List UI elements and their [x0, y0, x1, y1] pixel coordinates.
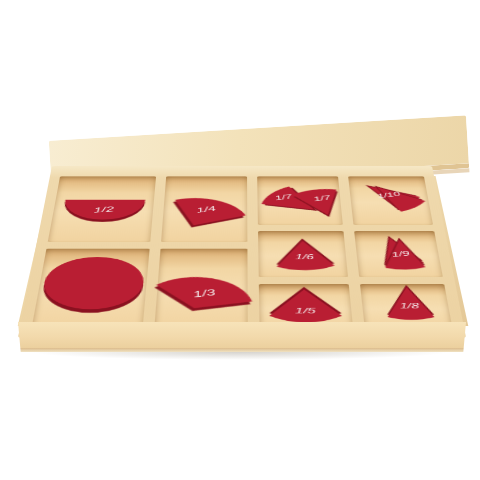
fraction-label-sixth: 1/6 — [295, 253, 315, 261]
tray-front-face — [18, 322, 466, 352]
fraction-piece-whole — [34, 256, 150, 313]
fraction-piece-tenth: 1/10 — [348, 175, 434, 214]
fraction-label-eighth: 1/8 — [399, 301, 421, 310]
fraction-label-half: 1/2 — [93, 205, 114, 214]
photo-scene: 1/2 1/4 1/3 1/7 — [0, 0, 480, 480]
fraction-piece-third: 1/3 — [147, 260, 256, 316]
fraction-piece-sixth: 1/6 — [259, 228, 351, 274]
tray-top-surface: 1/2 1/4 1/3 1/7 — [18, 166, 466, 338]
fraction-piece-fifth: 1/5 — [255, 275, 356, 328]
fraction-piece-half: 1/2 — [52, 189, 153, 228]
fraction-piece-eighth: 1/8 — [360, 274, 458, 323]
tray-base-edge — [18, 348, 466, 352]
fraction-piece-quarter: 1/4 — [157, 185, 251, 230]
fraction-label-fifth: 1/5 — [295, 306, 317, 315]
fraction-piece-ninth: 1/9 — [356, 229, 450, 274]
